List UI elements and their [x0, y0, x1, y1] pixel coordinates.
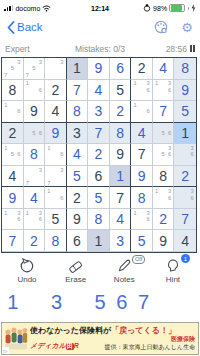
- cell-r4c3[interactable]: 9: [45, 123, 67, 145]
- cell-r6c2[interactable]: 37: [24, 166, 46, 188]
- cell-r3c7[interactable]: 16: [131, 101, 153, 123]
- cell-r6c9[interactable]: 2: [174, 166, 196, 188]
- cell-r8c6[interactable]: 4: [110, 209, 132, 231]
- cell-r3c9[interactable]: 5: [174, 101, 196, 123]
- cell-r5c9[interactable]: 36: [174, 144, 196, 166]
- pause-button[interactable]: [190, 45, 195, 52]
- cell-r2c6[interactable]: 5: [110, 80, 132, 102]
- cell-r7c2[interactable]: 4: [24, 187, 46, 209]
- cell-r9c7[interactable]: 5: [131, 230, 153, 252]
- cell-r6c5[interactable]: 6: [88, 166, 110, 188]
- cell-r9c9[interactable]: 4: [174, 230, 196, 252]
- cell-r8c8[interactable]: 2: [153, 209, 175, 231]
- ad-provider-label: 提供：東京海上日動あんしん生命: [104, 344, 195, 350]
- hint-count-badge: 1: [181, 254, 190, 263]
- cell-r2c4[interactable]: 7: [67, 80, 89, 102]
- cell-r8c2[interactable]: 136: [24, 209, 46, 231]
- pad-digit-5[interactable]: 5: [89, 290, 111, 315]
- cell-r7c9[interactable]: 36: [174, 187, 196, 209]
- cell-r8c7[interactable]: 136: [131, 209, 153, 231]
- cell-r3c1[interactable]: 16: [2, 101, 24, 123]
- cell-r8c3[interactable]: 5: [45, 209, 67, 231]
- cell-r7c6[interactable]: 7: [110, 187, 132, 209]
- pad-digit-7[interactable]: 7: [133, 290, 155, 315]
- cell-r1c7[interactable]: 2: [131, 58, 153, 80]
- notes-label: Notes: [114, 275, 135, 284]
- cell-r4c6[interactable]: 8: [110, 123, 132, 145]
- hint-label: Hint: [166, 275, 180, 284]
- header: Back ⚙: [0, 15, 200, 39]
- ad-headline: 使わなかった保険料が: [30, 326, 111, 335]
- cell-r1c5[interactable]: 9: [88, 58, 110, 80]
- cell-r2c3[interactable]: 2: [45, 80, 67, 102]
- cell-r6c1[interactable]: 4: [2, 166, 24, 188]
- erase-label: Erase: [65, 275, 86, 284]
- ad-banner[interactable]: 使わなかった保険料が「戻ってくる！」 医療保険 メディカル田R 提供：東京海上日…: [1, 322, 199, 355]
- rotation-lock-icon: [143, 4, 151, 12]
- cell-r8c5[interactable]: 8: [88, 209, 110, 231]
- cell-r7c4[interactable]: 2: [67, 187, 89, 209]
- chevron-left-icon: [7, 21, 15, 34]
- difficulty-label: Expert: [5, 44, 63, 54]
- cell-r8c9[interactable]: 7: [174, 209, 196, 231]
- status-bar: docomo 12:14 98%: [0, 0, 200, 14]
- mistakes-label: Mistakes: 0/3: [63, 44, 137, 54]
- cell-r4c9[interactable]: 1: [174, 123, 196, 145]
- eraser-icon: [67, 257, 84, 274]
- cell-r9c4[interactable]: 6: [67, 230, 89, 252]
- cell-r5c2[interactable]: 8: [24, 144, 46, 166]
- cell-r1c1[interactable]: 357: [2, 58, 24, 80]
- cell-r7c1[interactable]: 9: [2, 187, 24, 209]
- sudoku-app: docomo 12:14 98% Back: [0, 0, 200, 356]
- cell-r6c4[interactable]: 5: [67, 166, 89, 188]
- cell-r1c2[interactable]: 357: [24, 58, 46, 80]
- pad-digit-6[interactable]: 6: [111, 290, 133, 315]
- cell-r8c1[interactable]: 136: [2, 209, 24, 231]
- cell-r3c8[interactable]: 7: [153, 101, 175, 123]
- cell-r4c4[interactable]: 3: [67, 123, 89, 145]
- cell-r1c3[interactable]: 3: [45, 58, 67, 80]
- cell-r6c8[interactable]: 8: [153, 166, 175, 188]
- cell-r8c4[interactable]: 9: [67, 209, 89, 231]
- cell-r1c4[interactable]: 1: [67, 58, 89, 80]
- cell-r3c5[interactable]: 3: [88, 101, 110, 123]
- undo-button[interactable]: Undo: [8, 257, 46, 284]
- pencil-icon: [116, 257, 132, 274]
- undo-label: Undo: [17, 275, 36, 284]
- cell-r5c1[interactable]: 156: [2, 144, 24, 166]
- cell-r7c5[interactable]: 5: [88, 187, 110, 209]
- cell-r7c3[interactable]: 16: [45, 187, 67, 209]
- cell-r4c8[interactable]: 56: [153, 123, 175, 145]
- cell-r4c5[interactable]: 7: [88, 123, 110, 145]
- cell-r5c3[interactable]: 16: [45, 144, 67, 166]
- pad-digit-1[interactable]: 1: [2, 290, 24, 315]
- cell-r2c9[interactable]: 9: [174, 80, 196, 102]
- cell-r6c7[interactable]: 9: [131, 166, 153, 188]
- erase-button[interactable]: Erase: [57, 257, 95, 284]
- cell-r2c2[interactable]: 16: [24, 80, 46, 102]
- hint-button[interactable]: Hint 1: [154, 257, 192, 284]
- toolbar: Undo Erase Notes Off: [0, 257, 200, 284]
- settings-gear-icon[interactable]: ⚙: [181, 21, 193, 34]
- cell-r9c2[interactable]: 2: [24, 230, 46, 252]
- cell-r9c8[interactable]: 9: [153, 230, 175, 252]
- back-label: Back: [17, 21, 43, 33]
- charging-bolt-icon: [191, 4, 196, 12]
- battery-percent-label: 98%: [153, 5, 167, 12]
- pad-digit-9[interactable]: [176, 290, 198, 315]
- lightbulb-icon: [165, 257, 181, 274]
- pad-digit-2[interactable]: [24, 290, 46, 315]
- battery-icon: [169, 4, 185, 13]
- cell-r9c6[interactable]: 3: [110, 230, 132, 252]
- ad-headline-highlight: 「戻ってくる！」: [111, 326, 176, 335]
- cell-r1c9[interactable]: 8: [174, 58, 196, 80]
- adchoices-icon[interactable]: ▷: [2, 347, 9, 354]
- undo-icon: [19, 257, 35, 274]
- theme-palette-icon[interactable]: [154, 20, 168, 34]
- pad-digit-8[interactable]: [154, 290, 176, 315]
- sudoku-board: 3573573196248816274513613691694832167525…: [1, 57, 197, 253]
- cell-r3c3[interactable]: 4: [45, 101, 67, 123]
- pad-digit-4[interactable]: [67, 290, 89, 315]
- cell-r2c7[interactable]: 136: [131, 80, 153, 102]
- ad-brand-logo: メディカル田R: [30, 342, 79, 350]
- notes-off-badge: Off: [132, 255, 145, 264]
- cell-r5c5[interactable]: 2: [88, 144, 110, 166]
- timer-label: 28:56: [166, 44, 187, 54]
- game-info-row: Expert Mistakes: 0/3 28:56: [0, 42, 200, 55]
- cell-r3c4[interactable]: 8: [67, 101, 89, 123]
- cell-r6c3[interactable]: 37: [45, 166, 67, 188]
- cell-r4c2[interactable]: 56: [24, 123, 46, 145]
- cell-r5c6[interactable]: 9: [110, 144, 132, 166]
- cell-r3c2[interactable]: 9: [24, 101, 46, 123]
- cell-r4c1[interactable]: 2: [2, 123, 24, 145]
- notes-button[interactable]: Notes Off: [105, 257, 143, 284]
- pad-digit-3[interactable]: 3: [46, 290, 68, 315]
- cell-r7c8[interactable]: 136: [153, 187, 175, 209]
- cell-r7c7[interactable]: 8: [131, 187, 153, 209]
- cell-r6c6[interactable]: 1: [110, 166, 132, 188]
- cell-r2c5[interactable]: 4: [88, 80, 110, 102]
- cell-r9c3[interactable]: 8: [45, 230, 67, 252]
- cell-r1c6[interactable]: 6: [110, 58, 132, 80]
- cell-r5c7[interactable]: 7: [131, 144, 153, 166]
- cell-r4c7[interactable]: 4: [131, 123, 153, 145]
- cell-r2c8[interactable]: 136: [153, 80, 175, 102]
- cell-r9c5[interactable]: 1: [88, 230, 110, 252]
- back-button[interactable]: Back: [7, 21, 43, 34]
- cell-r1c8[interactable]: 4: [153, 58, 175, 80]
- cell-r5c8[interactable]: 356: [153, 144, 175, 166]
- cell-r9c1[interactable]: 7: [2, 230, 24, 252]
- cell-r2c1[interactable]: 8: [2, 80, 24, 102]
- cell-r3c6[interactable]: 2: [110, 101, 132, 123]
- number-pad: 13567: [2, 290, 198, 315]
- cell-r5c4[interactable]: 4: [67, 144, 89, 166]
